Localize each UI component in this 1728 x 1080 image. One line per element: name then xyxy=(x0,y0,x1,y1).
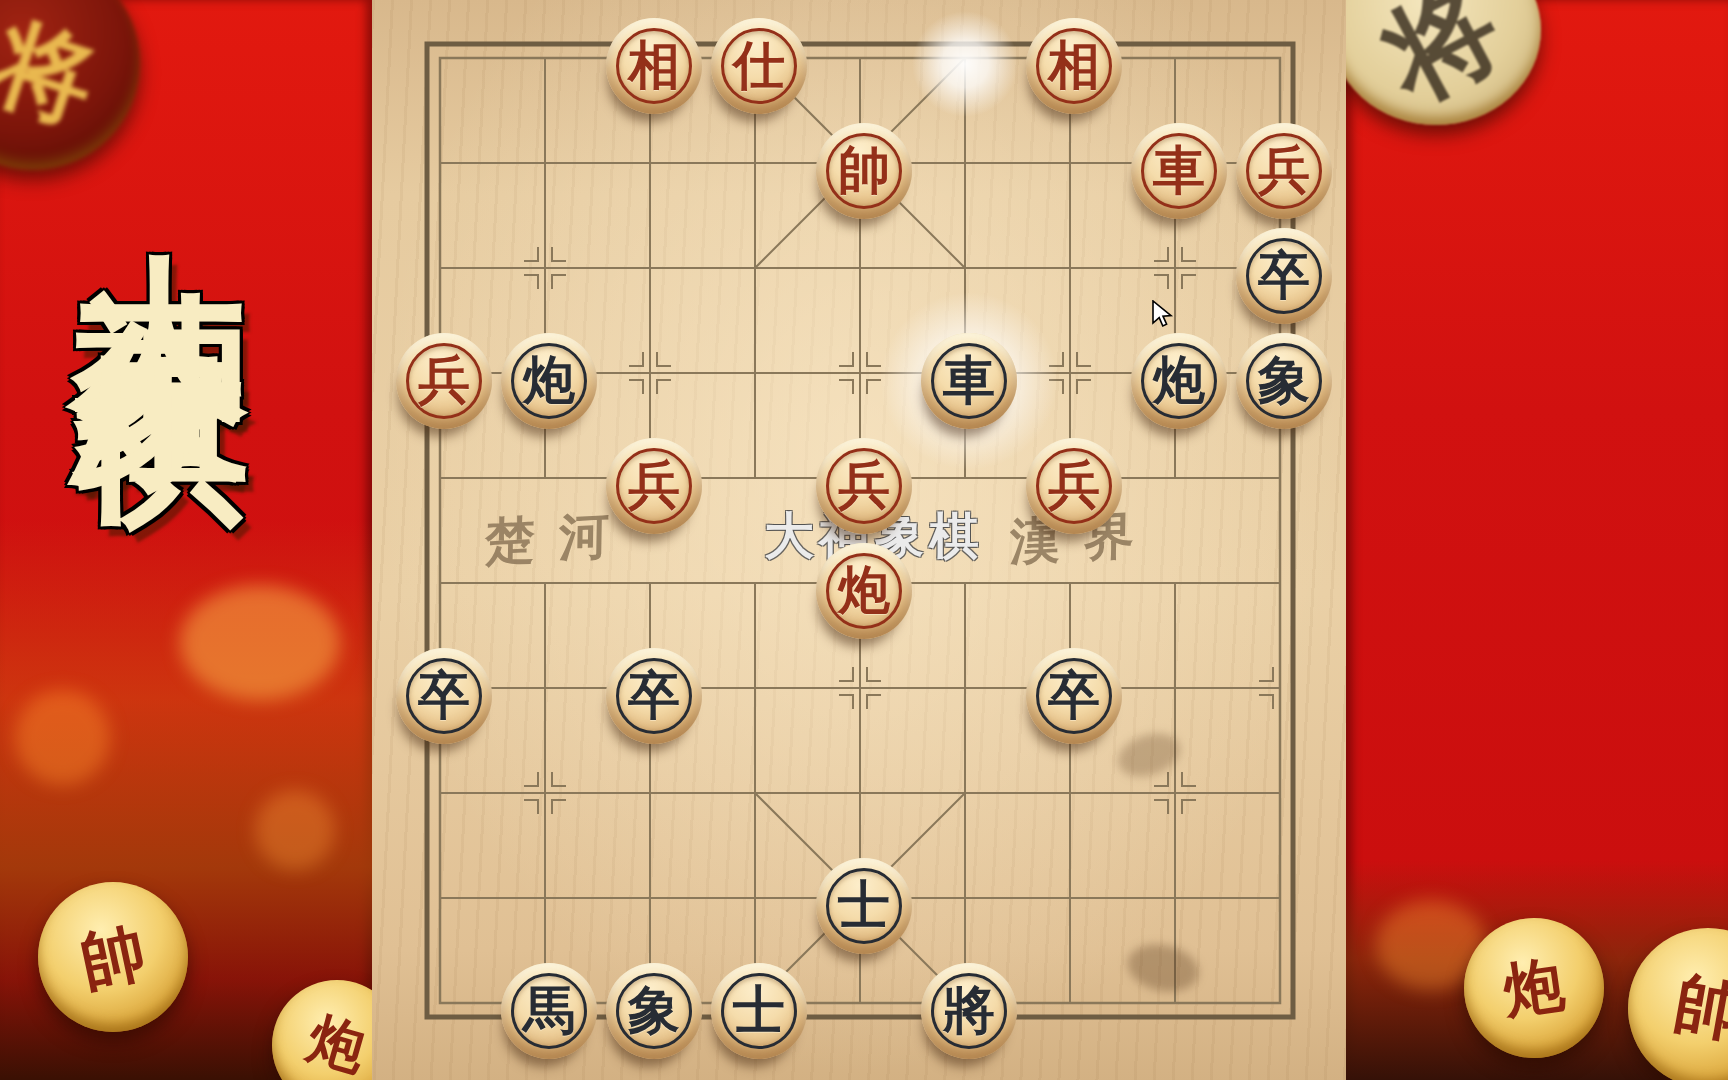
river-label-chu: 楚河 xyxy=(485,501,634,576)
piece-glyph: 兵 xyxy=(1258,145,1310,197)
piece-兵-red[interactable]: 兵 xyxy=(396,333,492,429)
piece-glyph: 炮 xyxy=(523,355,575,407)
piece-ring: 帥 xyxy=(826,133,902,209)
piece-glyph: 炮 xyxy=(1153,355,1205,407)
piece-象-black[interactable]: 象 xyxy=(606,963,702,1059)
decor-piece-pao-icon: 炮 xyxy=(1464,918,1604,1058)
piece-ring: 將 xyxy=(931,973,1007,1049)
piece-ring: 兵 xyxy=(616,448,692,524)
piece-glyph: 帥 xyxy=(838,145,890,197)
piece-相-red[interactable]: 相 xyxy=(1026,18,1122,114)
bokeh-light xyxy=(180,585,340,700)
piece-卒-black[interactable]: 卒 xyxy=(396,648,492,744)
piece-glyph: 相 xyxy=(628,40,680,92)
piece-ring: 卒 xyxy=(1246,238,1322,314)
piece-ring: 炮 xyxy=(1141,343,1217,419)
piece-glyph: 車 xyxy=(1153,145,1205,197)
board-surface[interactable]: 楚河 漢界 大神象棋 相仕相帥車兵卒兵炮車炮象兵兵兵炮卒卒卒士馬象士將 xyxy=(372,0,1346,1080)
piece-ring: 兵 xyxy=(826,448,902,524)
bokeh-light xyxy=(255,790,335,870)
piece-glyph: 兵 xyxy=(1048,460,1100,512)
left-banner-panel: 将 帥 炮 大神象棋 xyxy=(0,0,372,1080)
piece-卒-black[interactable]: 卒 xyxy=(606,648,702,744)
piece-車-black[interactable]: 車 xyxy=(921,333,1017,429)
piece-象-black[interactable]: 象 xyxy=(1236,333,1332,429)
piece-ring: 兵 xyxy=(406,343,482,419)
piece-glyph: 相 xyxy=(1048,40,1100,92)
piece-士-black[interactable]: 士 xyxy=(816,858,912,954)
piece-glyph: 兵 xyxy=(628,460,680,512)
stage: 楚河 漢界 大神象棋 相仕相帥車兵卒兵炮車炮象兵兵兵炮卒卒卒士馬象士將 将 帥 … xyxy=(0,0,1728,1080)
piece-glyph: 士 xyxy=(838,880,890,932)
piece-glyph: 卒 xyxy=(1258,250,1310,302)
piece-ring: 兵 xyxy=(1246,133,1322,209)
piece-ring: 仕 xyxy=(721,28,797,104)
piece-ring: 相 xyxy=(616,28,692,104)
decor-piece-shuai-icon: 帥 xyxy=(38,882,188,1032)
piece-glyph: 士 xyxy=(733,985,785,1037)
piece-卒-black[interactable]: 卒 xyxy=(1026,648,1122,744)
piece-兵-red[interactable]: 兵 xyxy=(816,438,912,534)
piece-glyph: 兵 xyxy=(838,460,890,512)
piece-ring: 卒 xyxy=(1036,658,1112,734)
piece-glyph: 象 xyxy=(628,985,680,1037)
piece-馬-black[interactable]: 馬 xyxy=(501,963,597,1059)
piece-glyph: 將 xyxy=(943,985,995,1037)
bokeh-light xyxy=(15,690,110,785)
piece-將-black[interactable]: 將 xyxy=(921,963,1017,1059)
piece-炮-black[interactable]: 炮 xyxy=(501,333,597,429)
piece-帥-red[interactable]: 帥 xyxy=(816,123,912,219)
last-move-highlight xyxy=(910,9,1020,119)
piece-ring: 相 xyxy=(1036,28,1112,104)
piece-ring: 士 xyxy=(826,868,902,944)
piece-ring: 炮 xyxy=(826,553,902,629)
decor-disc-icon: 将 xyxy=(1346,0,1541,125)
piece-ring: 卒 xyxy=(406,658,482,734)
piece-車-red[interactable]: 車 xyxy=(1131,123,1227,219)
piece-glyph: 仕 xyxy=(733,40,785,92)
piece-ring: 馬 xyxy=(511,973,587,1049)
piece-相-red[interactable]: 相 xyxy=(606,18,702,114)
piece-仕-red[interactable]: 仕 xyxy=(711,18,807,114)
piece-glyph: 象 xyxy=(1258,355,1310,407)
piece-glyph: 卒 xyxy=(628,670,680,722)
piece-glyph: 卒 xyxy=(418,670,470,722)
piece-glyph: 車 xyxy=(943,355,995,407)
piece-ring: 象 xyxy=(616,973,692,1049)
piece-ring: 卒 xyxy=(616,658,692,734)
right-banner-panel: 将 炮 帥 象棋大师 创新 中炮对屏风马 xyxy=(1346,0,1728,1080)
piece-glyph: 卒 xyxy=(1048,670,1100,722)
mouse-cursor-icon xyxy=(1150,300,1176,330)
piece-glyph: 兵 xyxy=(418,355,470,407)
piece-glyph: 炮 xyxy=(838,565,890,617)
piece-ring: 車 xyxy=(1141,133,1217,209)
piece-兵-red[interactable]: 兵 xyxy=(606,438,702,534)
piece-炮-red[interactable]: 炮 xyxy=(816,543,912,639)
piece-兵-red[interactable]: 兵 xyxy=(1236,123,1332,219)
piece-ring: 象 xyxy=(1246,343,1322,419)
piece-兵-red[interactable]: 兵 xyxy=(1026,438,1122,534)
piece-ring: 車 xyxy=(931,343,1007,419)
piece-士-black[interactable]: 士 xyxy=(711,963,807,1059)
piece-ring: 兵 xyxy=(1036,448,1112,524)
piece-卒-black[interactable]: 卒 xyxy=(1236,228,1332,324)
piece-ring: 炮 xyxy=(511,343,587,419)
piece-ring: 士 xyxy=(721,973,797,1049)
piece-炮-black[interactable]: 炮 xyxy=(1131,333,1227,429)
left-banner-title: 大神象棋 xyxy=(72,108,250,244)
piece-glyph: 馬 xyxy=(523,985,575,1037)
